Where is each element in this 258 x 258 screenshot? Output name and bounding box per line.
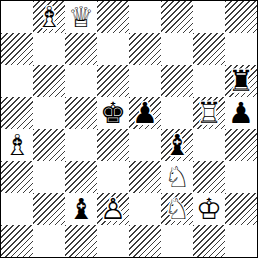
square-g4[interactable] [193,129,225,161]
square-f7[interactable] [161,33,193,65]
square-a8[interactable] [1,1,33,33]
piece-halo: ♟ [225,97,257,129]
square-g6[interactable] [193,65,225,97]
square-g8[interactable] [193,1,225,33]
square-f3[interactable]: ♞♘ [161,161,193,193]
square-c7[interactable] [65,33,97,65]
square-d3[interactable] [97,161,129,193]
square-h8[interactable] [225,1,257,33]
square-g3[interactable] [193,161,225,193]
piece-halo: ♝ [33,1,65,33]
piece-black-pawn[interactable]: ♟ [129,97,161,129]
piece-halo: ♛ [65,1,97,33]
square-a6[interactable] [1,65,33,97]
square-b5[interactable] [33,97,65,129]
piece-white-king[interactable]: ♔ [193,193,225,225]
piece-black-bishop[interactable]: ♝ [65,193,97,225]
square-h3[interactable] [225,161,257,193]
square-f1[interactable] [161,225,193,257]
square-f8[interactable] [161,1,193,33]
square-h2[interactable] [225,193,257,225]
square-h4[interactable] [225,129,257,161]
piece-black-rook[interactable]: ♜ [225,65,257,97]
piece-halo: ♜ [193,97,225,129]
piece-white-knight[interactable]: ♘ [161,161,193,193]
square-h6[interactable]: ♜♜ [225,65,257,97]
piece-black-king[interactable]: ♚ [97,97,129,129]
square-c6[interactable] [65,65,97,97]
square-d4[interactable] [97,129,129,161]
square-f5[interactable] [161,97,193,129]
piece-white-queen[interactable]: ♕ [65,1,97,33]
square-c1[interactable] [65,225,97,257]
piece-halo: ♚ [193,193,225,225]
square-c3[interactable] [65,161,97,193]
square-a3[interactable] [1,161,33,193]
square-e3[interactable] [129,161,161,193]
square-b1[interactable] [33,225,65,257]
piece-white-pawn[interactable]: ♙ [97,193,129,225]
square-e6[interactable] [129,65,161,97]
square-b2[interactable] [33,193,65,225]
square-d1[interactable] [97,225,129,257]
piece-halo: ♞ [161,161,193,193]
square-e8[interactable] [129,1,161,33]
square-e4[interactable] [129,129,161,161]
square-a7[interactable] [1,33,33,65]
square-h1[interactable] [225,225,257,257]
square-d8[interactable] [97,1,129,33]
piece-halo: ♚ [97,97,129,129]
square-a1[interactable] [1,225,33,257]
piece-halo: ♜ [225,65,257,97]
square-e2[interactable] [129,193,161,225]
square-b7[interactable] [33,33,65,65]
square-h5[interactable]: ♟♟ [225,97,257,129]
piece-black-pawn[interactable]: ♟ [225,97,257,129]
piece-halo: ♝ [65,193,97,225]
square-g5[interactable]: ♜♖ [193,97,225,129]
square-b8[interactable]: ♝♗ [33,1,65,33]
square-d6[interactable] [97,65,129,97]
square-e5[interactable]: ♟♟ [129,97,161,129]
piece-halo: ♝ [161,129,193,161]
square-f2[interactable]: ♞♘ [161,193,193,225]
piece-white-rook[interactable]: ♖ [193,97,225,129]
chess-board: ♝♗♛♕♜♜♚♚♟♟♜♖♟♟♝♗♝♝♞♘♝♝♟♙♞♘♚♔ [0,0,258,258]
square-c8[interactable]: ♛♕ [65,1,97,33]
square-c4[interactable] [65,129,97,161]
piece-white-knight[interactable]: ♘ [161,193,193,225]
square-f6[interactable] [161,65,193,97]
square-b3[interactable] [33,161,65,193]
piece-halo: ♞ [161,193,193,225]
piece-white-bishop[interactable]: ♗ [1,129,33,161]
piece-black-bishop[interactable]: ♝ [161,129,193,161]
square-g7[interactable] [193,33,225,65]
square-d2[interactable]: ♟♙ [97,193,129,225]
square-g2[interactable]: ♚♔ [193,193,225,225]
square-a2[interactable] [1,193,33,225]
square-a4[interactable]: ♝♗ [1,129,33,161]
square-c5[interactable] [65,97,97,129]
square-a5[interactable] [1,97,33,129]
piece-white-bishop[interactable]: ♗ [33,1,65,33]
square-f4[interactable]: ♝♝ [161,129,193,161]
square-e7[interactable] [129,33,161,65]
square-b4[interactable] [33,129,65,161]
square-d5[interactable]: ♚♚ [97,97,129,129]
square-d7[interactable] [97,33,129,65]
square-e1[interactable] [129,225,161,257]
square-b6[interactable] [33,65,65,97]
square-g1[interactable] [193,225,225,257]
square-c2[interactable]: ♝♝ [65,193,97,225]
piece-halo: ♝ [1,129,33,161]
piece-halo: ♟ [97,193,129,225]
square-h7[interactable] [225,33,257,65]
piece-halo: ♟ [129,97,161,129]
